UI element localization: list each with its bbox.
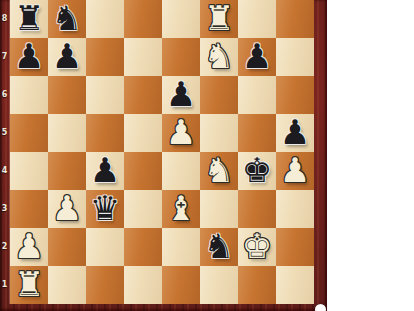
square-b6[interactable]: [48, 76, 86, 114]
piece-black-pawn[interactable]: ♟: [280, 115, 310, 149]
rank-label-1: 1: [0, 280, 9, 290]
square-a7[interactable]: ♟: [10, 38, 48, 76]
square-d7[interactable]: [124, 38, 162, 76]
square-e3[interactable]: ♝: [162, 190, 200, 228]
square-h1[interactable]: [276, 266, 314, 304]
square-f4[interactable]: ♞: [200, 152, 238, 190]
square-g3[interactable]: [238, 190, 276, 228]
square-g2[interactable]: ♚: [238, 228, 276, 266]
page-background: 87654321 ♜♞♜♟♟♞♟♟♟♟♟♞♚♟♟♛♝♟♞♚♜: [0, 0, 414, 311]
square-h4[interactable]: ♟: [276, 152, 314, 190]
square-f1[interactable]: [200, 266, 238, 304]
rank-label-6: 6: [0, 90, 9, 100]
piece-white-rook[interactable]: ♜: [204, 1, 234, 35]
square-h7[interactable]: [276, 38, 314, 76]
square-b8[interactable]: ♞: [48, 0, 86, 38]
square-g7[interactable]: ♟: [238, 38, 276, 76]
piece-white-pawn[interactable]: ♟: [52, 191, 82, 225]
square-g8[interactable]: [238, 0, 276, 38]
square-b2[interactable]: [48, 228, 86, 266]
square-g6[interactable]: [238, 76, 276, 114]
square-c7[interactable]: [86, 38, 124, 76]
piece-black-rook[interactable]: ♜: [14, 1, 44, 35]
square-f3[interactable]: [200, 190, 238, 228]
square-a1[interactable]: ♜: [10, 266, 48, 304]
square-d6[interactable]: [124, 76, 162, 114]
square-c1[interactable]: [86, 266, 124, 304]
piece-black-pawn[interactable]: ♟: [14, 39, 44, 73]
piece-black-pawn[interactable]: ♟: [242, 39, 272, 73]
square-a6[interactable]: [10, 76, 48, 114]
square-d5[interactable]: [124, 114, 162, 152]
square-c4[interactable]: ♟: [86, 152, 124, 190]
square-h2[interactable]: [276, 228, 314, 266]
square-h6[interactable]: [276, 76, 314, 114]
square-g1[interactable]: [238, 266, 276, 304]
square-c2[interactable]: [86, 228, 124, 266]
square-c5[interactable]: [86, 114, 124, 152]
square-f7[interactable]: ♞: [200, 38, 238, 76]
square-e5[interactable]: ♟: [162, 114, 200, 152]
square-b1[interactable]: [48, 266, 86, 304]
square-c8[interactable]: [86, 0, 124, 38]
square-e2[interactable]: [162, 228, 200, 266]
piece-black-king[interactable]: ♚: [242, 153, 272, 187]
square-h3[interactable]: [276, 190, 314, 228]
square-h8[interactable]: [276, 0, 314, 38]
rank-label-5: 5: [0, 128, 9, 138]
square-h5[interactable]: ♟: [276, 114, 314, 152]
piece-black-knight[interactable]: ♞: [204, 229, 234, 263]
piece-white-pawn[interactable]: ♟: [280, 153, 310, 187]
rank-label-8: 8: [0, 14, 9, 24]
piece-white-rook[interactable]: ♜: [14, 267, 44, 301]
square-e8[interactable]: [162, 0, 200, 38]
piece-white-knight[interactable]: ♞: [204, 153, 234, 187]
piece-white-knight[interactable]: ♞: [204, 39, 234, 73]
square-b3[interactable]: ♟: [48, 190, 86, 228]
square-f5[interactable]: [200, 114, 238, 152]
square-e4[interactable]: [162, 152, 200, 190]
square-f6[interactable]: [200, 76, 238, 114]
board-frame: 87654321 ♜♞♜♟♟♞♟♟♟♟♟♞♚♟♟♛♝♟♞♚♜: [0, 0, 327, 311]
piece-black-pawn[interactable]: ♟: [52, 39, 82, 73]
square-d2[interactable]: [124, 228, 162, 266]
square-a3[interactable]: [10, 190, 48, 228]
piece-white-pawn[interactable]: ♟: [14, 229, 44, 263]
square-f2[interactable]: ♞: [200, 228, 238, 266]
board-resize-handle[interactable]: [315, 304, 326, 311]
square-c6[interactable]: [86, 76, 124, 114]
piece-white-pawn[interactable]: ♟: [166, 115, 196, 149]
square-a5[interactable]: [10, 114, 48, 152]
piece-white-king[interactable]: ♚: [242, 229, 272, 263]
piece-black-queen[interactable]: ♛: [90, 191, 120, 225]
square-c3[interactable]: ♛: [86, 190, 124, 228]
square-f8[interactable]: ♜: [200, 0, 238, 38]
piece-black-knight[interactable]: ♞: [52, 1, 82, 35]
rank-label-2: 2: [0, 242, 9, 252]
square-d1[interactable]: [124, 266, 162, 304]
piece-black-pawn[interactable]: ♟: [90, 153, 120, 187]
rank-label-3: 3: [0, 204, 9, 214]
square-d4[interactable]: [124, 152, 162, 190]
piece-black-pawn[interactable]: ♟: [166, 77, 196, 111]
square-e6[interactable]: ♟: [162, 76, 200, 114]
square-g4[interactable]: ♚: [238, 152, 276, 190]
square-b5[interactable]: [48, 114, 86, 152]
square-d3[interactable]: [124, 190, 162, 228]
square-g5[interactable]: [238, 114, 276, 152]
square-d8[interactable]: [124, 0, 162, 38]
piece-white-bishop[interactable]: ♝: [166, 191, 196, 225]
rank-label-4: 4: [0, 166, 9, 176]
chess-board: ♜♞♜♟♟♞♟♟♟♟♟♞♚♟♟♛♝♟♞♚♜: [9, 0, 314, 304]
square-a2[interactable]: ♟: [10, 228, 48, 266]
square-a8[interactable]: ♜: [10, 0, 48, 38]
square-e1[interactable]: [162, 266, 200, 304]
square-a4[interactable]: [10, 152, 48, 190]
square-b7[interactable]: ♟: [48, 38, 86, 76]
rank-label-7: 7: [0, 52, 9, 62]
square-b4[interactable]: [48, 152, 86, 190]
square-e7[interactable]: [162, 38, 200, 76]
